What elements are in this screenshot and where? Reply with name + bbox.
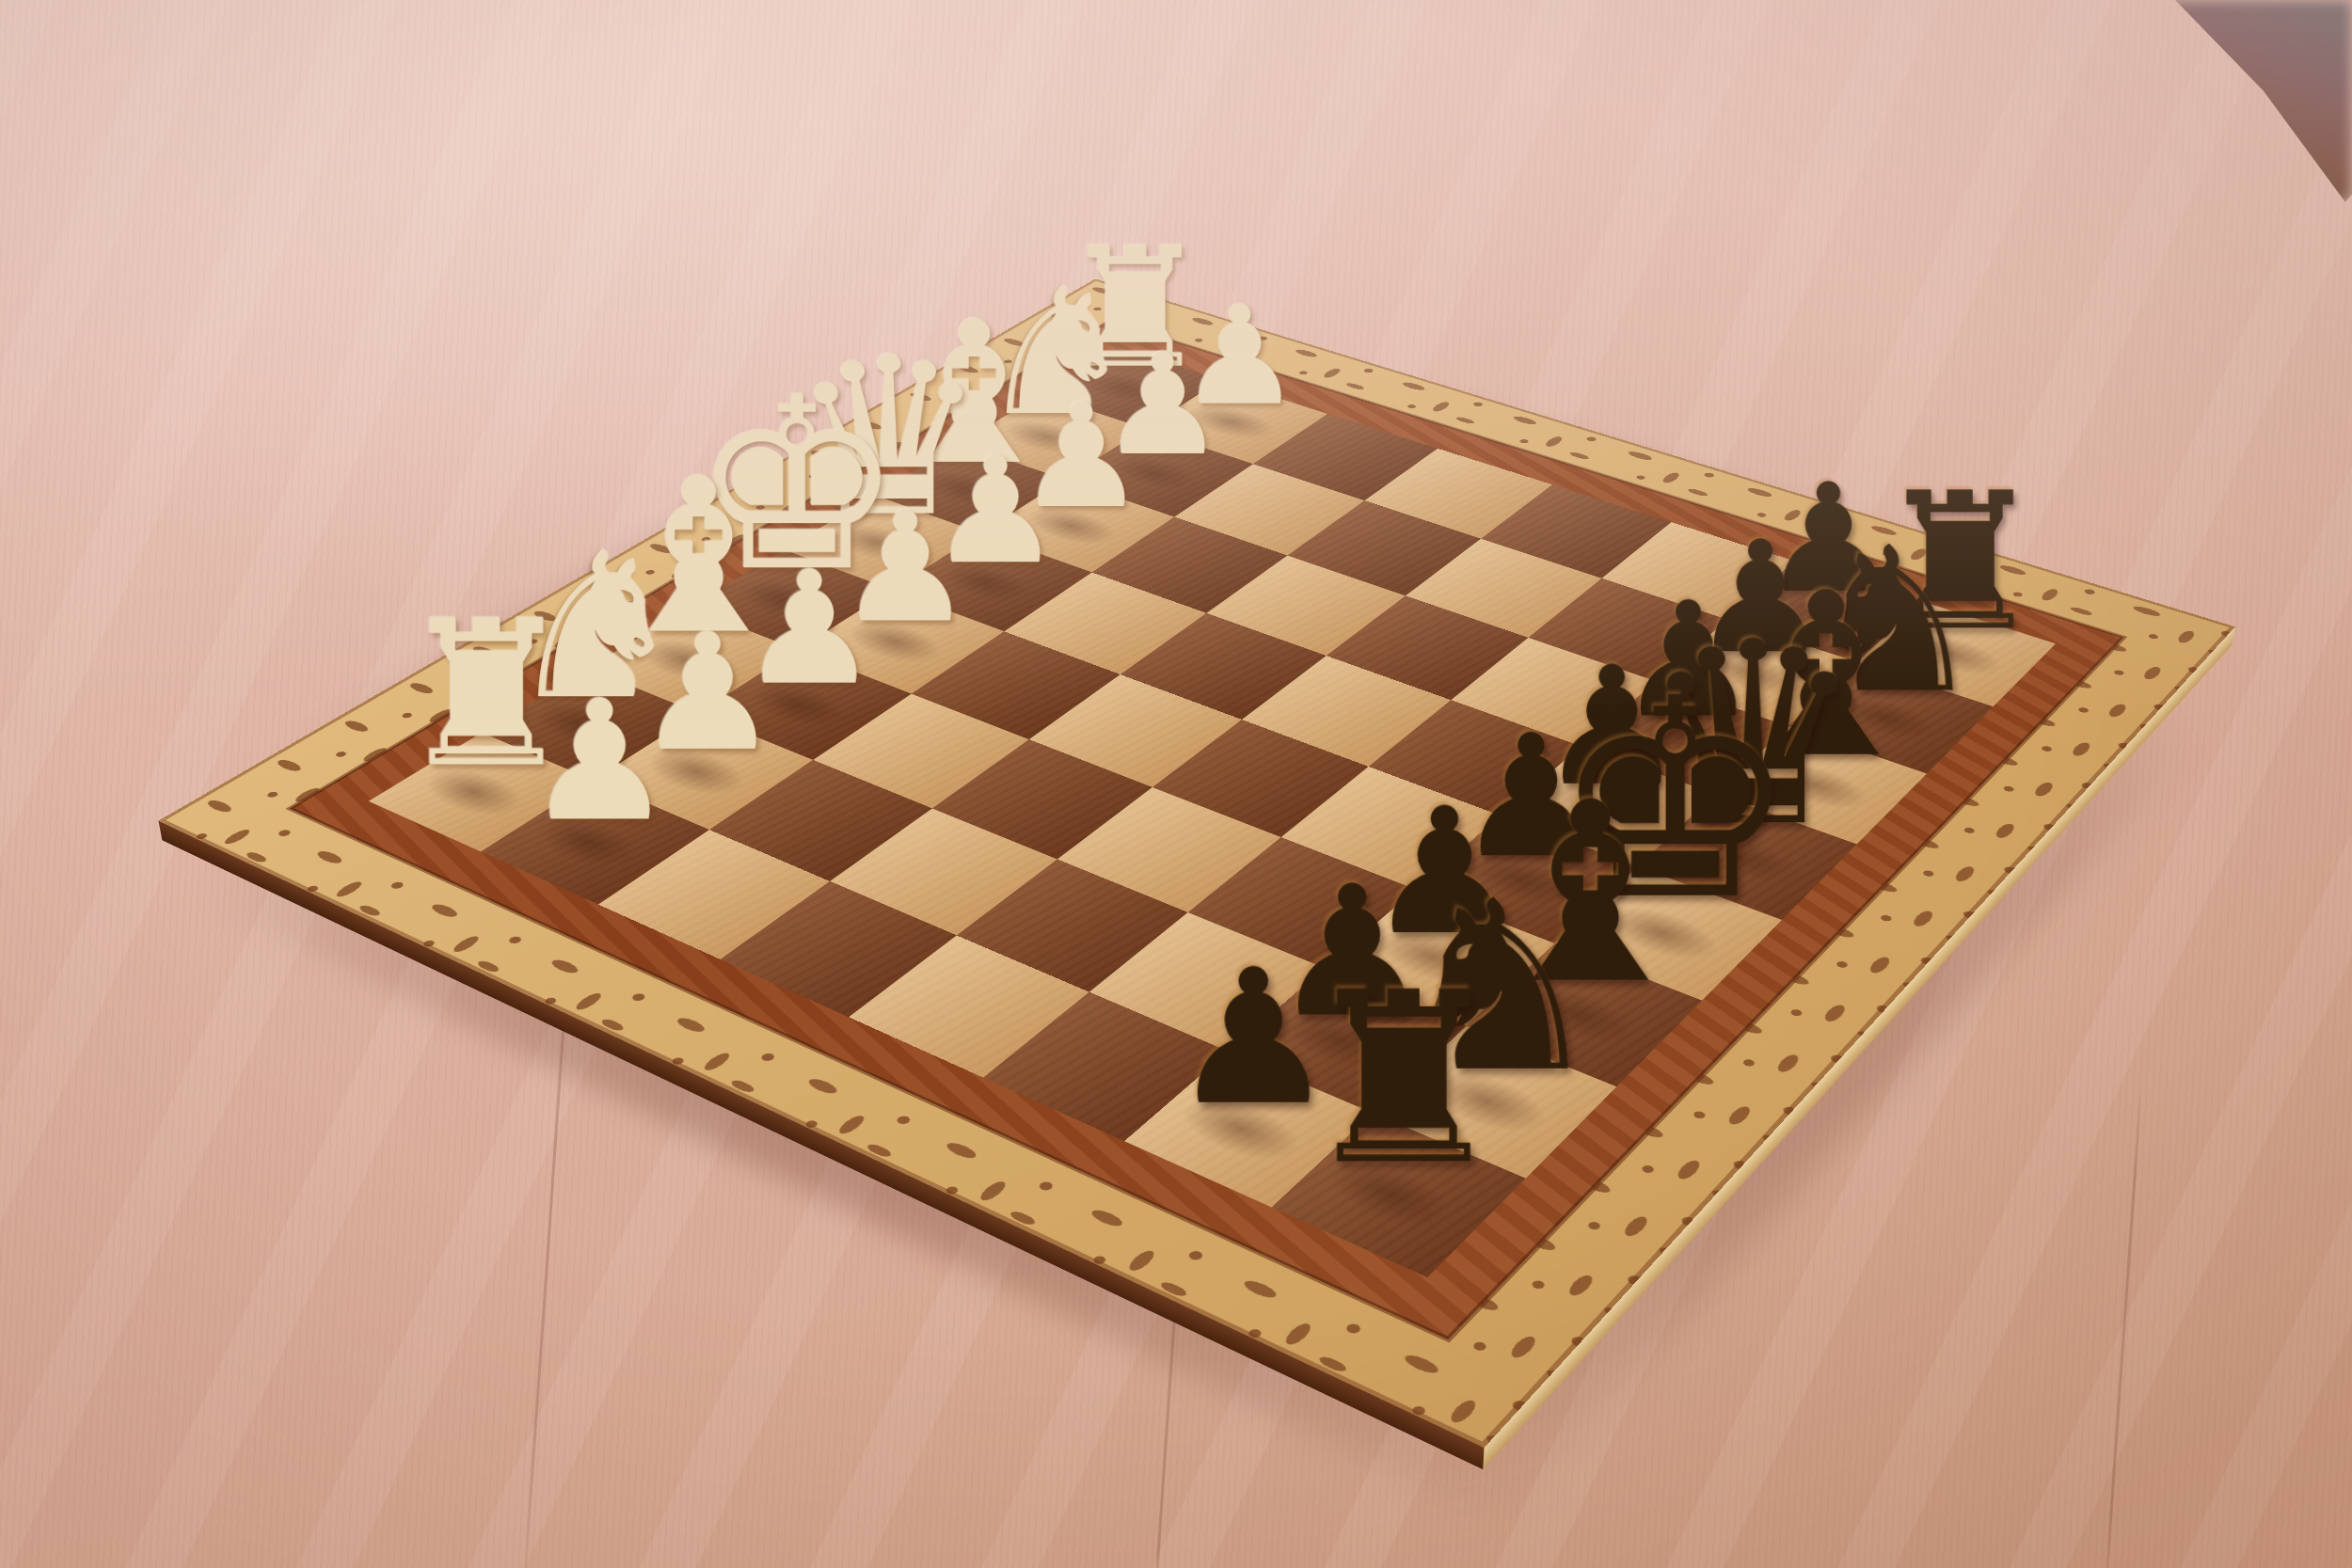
square-a3[interactable] xyxy=(1253,414,1438,500)
white-king-glyph: ♚ xyxy=(691,366,904,604)
piece-shadow xyxy=(1093,448,1213,499)
white-pawn[interactable]: ♟ xyxy=(1184,380,1327,438)
square-d1[interactable]: ♛ xyxy=(784,495,980,590)
square-c3[interactable] xyxy=(1091,516,1288,613)
piece-shadow xyxy=(1172,398,1289,447)
square-d3[interactable] xyxy=(1004,573,1206,675)
white-pawn[interactable]: ♟ xyxy=(1105,428,1253,489)
white-rook[interactable]: ♜ xyxy=(1080,347,1221,404)
square-b4[interactable] xyxy=(1288,500,1481,595)
white-pawn-glyph: ♟ xyxy=(1179,288,1301,424)
white-rook-glyph: ♜ xyxy=(1060,225,1210,391)
piece-shadow xyxy=(922,554,1048,611)
square-b3[interactable] xyxy=(1174,464,1364,555)
square-c1[interactable]: ♝ xyxy=(874,443,1065,532)
square-d2[interactable]: ♟ xyxy=(892,533,1091,631)
square-c2[interactable]: ♟ xyxy=(980,480,1174,573)
black-rook-glyph: ♜ xyxy=(1298,960,1511,1197)
white-knight-glyph: ♞ xyxy=(978,264,1136,440)
square-d5[interactable] xyxy=(1242,656,1451,767)
white-bishop[interactable]: ♝ xyxy=(917,443,1065,505)
square-a1[interactable]: ♜ xyxy=(1041,347,1220,428)
square-b5[interactable] xyxy=(1406,539,1601,638)
board-perspective: ♜♟♟♜♞♟♟♞♝♟♟♝♛♟♟♛♚♟♟♚♝♟♟♝♞♟♟♞♜♟♟♜ xyxy=(0,0,2352,1568)
piece-shadow xyxy=(1010,499,1133,553)
piece-shadow xyxy=(988,413,1105,462)
square-e2[interactable]: ♟ xyxy=(798,590,1004,693)
piece-shadow xyxy=(830,611,959,672)
chess-board: ♜♟♟♜♞♟♟♞♝♟♟♝♛♟♟♛♚♟♟♚♝♟♟♝♞♟♟♞♜♟♟♜ xyxy=(158,278,2234,1448)
white-pawn[interactable]: ♟ xyxy=(846,590,1004,662)
square-a2[interactable]: ♟ xyxy=(1145,380,1327,464)
piece-shadow xyxy=(1068,365,1183,412)
piece-shadow xyxy=(903,463,1024,515)
square-b2[interactable]: ♟ xyxy=(1065,428,1253,516)
square-a4[interactable] xyxy=(1365,449,1552,539)
square-b1[interactable]: ♞ xyxy=(960,394,1145,479)
white-knight[interactable]: ♞ xyxy=(1001,394,1145,453)
square-c5[interactable] xyxy=(1327,595,1529,700)
white-pawn[interactable]: ♟ xyxy=(937,533,1091,602)
white-bishop-glyph: ♝ xyxy=(886,295,1063,492)
white-pawn-glyph: ♟ xyxy=(1100,335,1226,475)
white-pawn[interactable]: ♟ xyxy=(1024,480,1174,545)
white-queen[interactable]: ♛ xyxy=(830,495,981,561)
square-d4[interactable] xyxy=(1120,613,1327,720)
square-a5[interactable] xyxy=(1481,484,1671,578)
white-pawn-glyph: ♟ xyxy=(930,436,1062,584)
photo-scene: ♜♟♟♜♞♟♟♞♝♟♟♝♛♟♟♛♚♟♟♚♝♟♟♝♞♟♟♞♜♟♟♜ xyxy=(0,0,2352,1568)
white-queen-glyph: ♛ xyxy=(790,327,987,546)
square-c4[interactable] xyxy=(1206,555,1406,656)
white-pawn-glyph: ♟ xyxy=(525,678,675,845)
board-frame: ♜♟♟♜♞♟♟♞♝♟♟♝♛♟♟♛♚♟♟♚♝♟♟♝♞♟♟♞♜♟♟♜ xyxy=(158,278,2234,1448)
white-pawn-glyph: ♟ xyxy=(1017,384,1146,528)
white-pawn-glyph: ♟ xyxy=(837,492,974,644)
piece-shadow xyxy=(815,515,938,570)
